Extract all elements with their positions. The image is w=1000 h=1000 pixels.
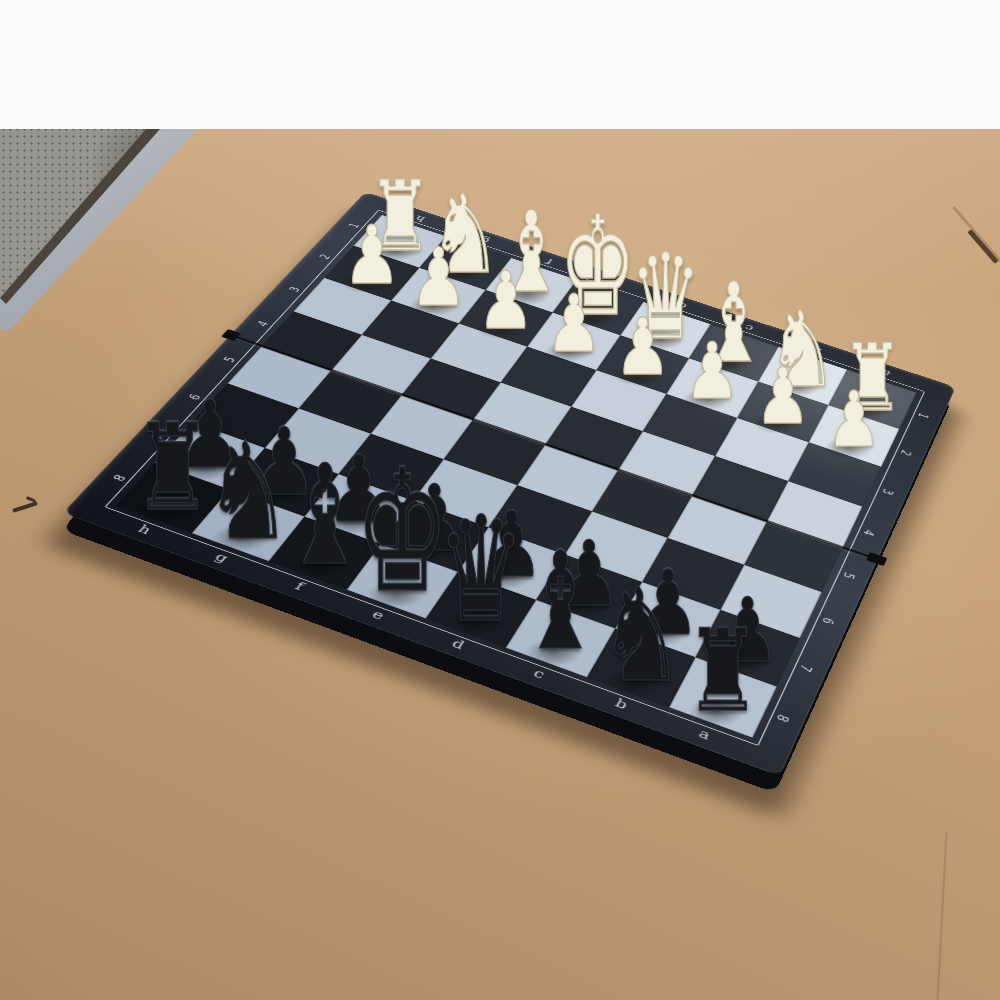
rank-label-5: 5 bbox=[186, 339, 271, 380]
rank-label-4: 4 bbox=[220, 304, 303, 344]
photo-canvas: hgfedcba hgfedcba 12345678 12345678 ♜♞♝♛… bbox=[0, 0, 1000, 1000]
rank-label-6: 6 bbox=[150, 376, 238, 419]
rank-label-8: 8 bbox=[72, 455, 164, 501]
white-backdrop-strip bbox=[0, 0, 1000, 129]
rank-label-3: 3 bbox=[253, 270, 334, 308]
rank-label-7: 7 bbox=[112, 414, 202, 459]
rank-label-2: 2 bbox=[284, 238, 363, 275]
